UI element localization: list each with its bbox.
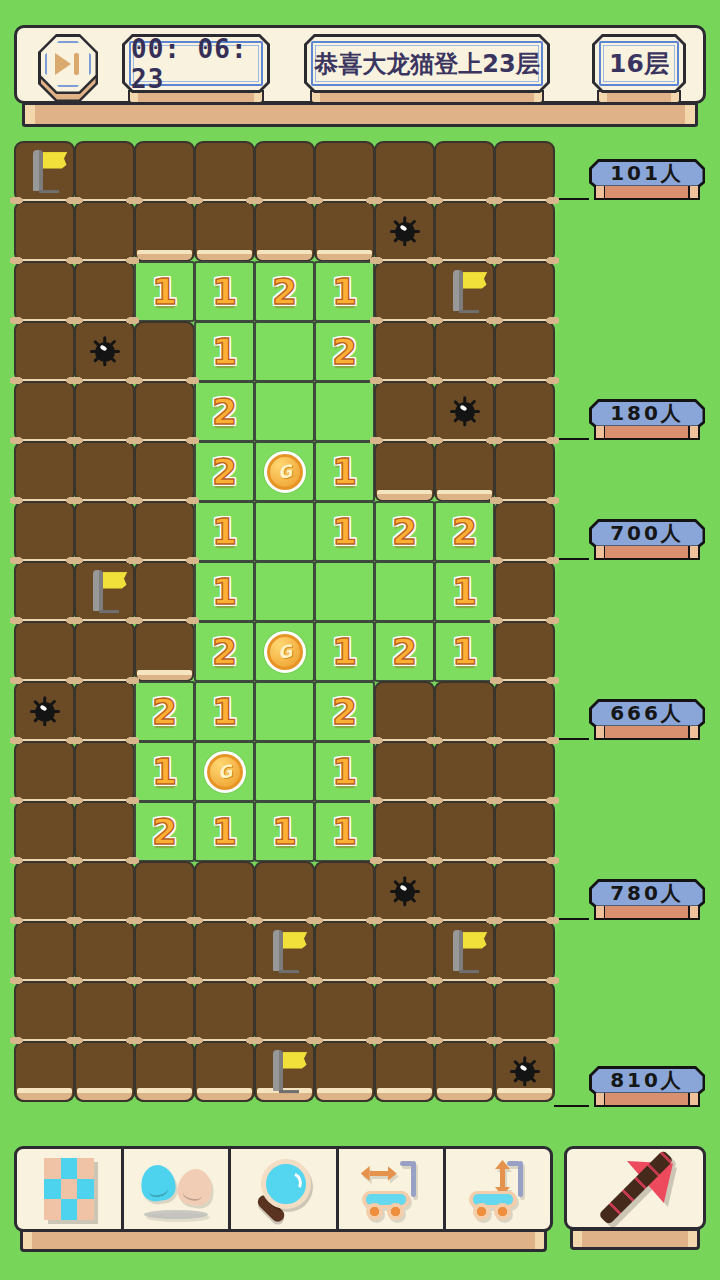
board-cell[interactable] bbox=[436, 803, 493, 860]
board-cell[interactable] bbox=[76, 563, 133, 620]
toolbar bbox=[14, 1146, 553, 1232]
skip-button[interactable] bbox=[38, 34, 98, 94]
mine-count-number: 2 bbox=[392, 514, 417, 550]
board-cell[interactable] bbox=[496, 863, 553, 920]
mine-count-number: 2 bbox=[152, 694, 177, 730]
board-cell[interactable] bbox=[436, 863, 493, 920]
board-cell[interactable]: 1 bbox=[196, 803, 253, 860]
board-cell[interactable] bbox=[376, 863, 433, 920]
board-cell[interactable]: 1 bbox=[316, 503, 373, 560]
tile-bottom-edge bbox=[197, 250, 252, 260]
skip-next-icon bbox=[55, 53, 81, 75]
tile-bottom-edge bbox=[437, 1088, 492, 1100]
board-cell[interactable] bbox=[136, 443, 193, 500]
board-cell[interactable]: 2 bbox=[136, 683, 193, 740]
board-cell[interactable]: 2 bbox=[196, 383, 253, 440]
cart-vertical-arrow-tool-icon bbox=[466, 1158, 530, 1220]
board-cell[interactable] bbox=[496, 323, 553, 380]
mine-count-number: 1 bbox=[332, 814, 357, 850]
board-cell[interactable]: G bbox=[196, 743, 253, 800]
board-cell[interactable] bbox=[496, 383, 553, 440]
board-cell[interactable] bbox=[76, 923, 133, 980]
player-count-sign: 666人 bbox=[589, 699, 705, 740]
board-cell[interactable] bbox=[496, 743, 553, 800]
mine-count-number: 1 bbox=[212, 694, 237, 730]
mine-count-number: 1 bbox=[212, 574, 237, 610]
tile-bottom-edge bbox=[497, 1088, 552, 1100]
timer-display: 00: 06: 23 bbox=[122, 34, 270, 93]
player-count-sign: 780人 bbox=[589, 879, 705, 920]
board-cell[interactable] bbox=[316, 863, 373, 920]
board-cell[interactable] bbox=[16, 563, 73, 620]
board-cell[interactable] bbox=[76, 1043, 133, 1100]
player-count-sign: 101人 bbox=[589, 159, 705, 200]
board-cell[interactable] bbox=[316, 563, 373, 620]
board-cell[interactable] bbox=[436, 143, 493, 200]
board-cell[interactable] bbox=[496, 503, 553, 560]
board-cell[interactable] bbox=[316, 923, 373, 980]
board-cell[interactable] bbox=[376, 263, 433, 320]
board-cell[interactable] bbox=[256, 863, 313, 920]
board-cell[interactable] bbox=[16, 503, 73, 560]
flag-icon bbox=[264, 1048, 306, 1094]
board-cell[interactable] bbox=[16, 983, 73, 1040]
board-cell[interactable] bbox=[196, 1043, 253, 1100]
board-cell[interactable] bbox=[76, 263, 133, 320]
board-cell[interactable]: 1 bbox=[136, 263, 193, 320]
tile-bottom-edge bbox=[377, 1088, 432, 1100]
mine-icon bbox=[389, 216, 421, 248]
board-cell[interactable] bbox=[136, 863, 193, 920]
mine-count-number: 2 bbox=[332, 694, 357, 730]
board-cell[interactable] bbox=[376, 983, 433, 1040]
board-cell[interactable] bbox=[196, 983, 253, 1040]
board-cell[interactable]: 1 bbox=[316, 623, 373, 680]
mine-count-number: 1 bbox=[332, 514, 357, 550]
board-cell[interactable] bbox=[316, 1043, 373, 1100]
board-cell[interactable] bbox=[16, 323, 73, 380]
board-cell[interactable] bbox=[256, 743, 313, 800]
board-cell[interactable] bbox=[496, 143, 553, 200]
board-cell[interactable]: 1 bbox=[196, 323, 253, 380]
checkerboard-tool-button[interactable] bbox=[17, 1149, 124, 1229]
board-cell[interactable] bbox=[136, 383, 193, 440]
player-count-sign: 180人 bbox=[589, 399, 705, 440]
mine-count-number: 1 bbox=[452, 634, 477, 670]
tile-bottom-edge bbox=[197, 1088, 252, 1100]
mine-count-number: 2 bbox=[452, 514, 477, 550]
sign-label: 780人 bbox=[589, 879, 705, 908]
board-cell[interactable] bbox=[256, 683, 313, 740]
board-cell[interactable] bbox=[376, 143, 433, 200]
board-cell[interactable] bbox=[16, 863, 73, 920]
board-cell[interactable] bbox=[136, 143, 193, 200]
claws-tool-button[interactable] bbox=[124, 1149, 231, 1229]
mine-icon bbox=[509, 1056, 541, 1088]
mine-count-number: 1 bbox=[272, 814, 297, 850]
board-cell[interactable] bbox=[256, 503, 313, 560]
board-cell[interactable] bbox=[256, 1043, 313, 1100]
board-cell[interactable] bbox=[76, 623, 133, 680]
board-cell[interactable] bbox=[256, 323, 313, 380]
timer-text: 00: 06: 23 bbox=[129, 41, 263, 86]
board-cell[interactable]: 1 bbox=[316, 263, 373, 320]
floor-text: 16层 bbox=[599, 41, 679, 86]
claws-tool-icon bbox=[136, 1159, 216, 1219]
flag-icon bbox=[264, 928, 306, 974]
board-cell[interactable] bbox=[496, 803, 553, 860]
board-cell[interactable]: 1 bbox=[196, 683, 253, 740]
board-cell[interactable] bbox=[136, 503, 193, 560]
board-cell[interactable] bbox=[256, 923, 313, 980]
board-cell[interactable] bbox=[496, 1043, 553, 1100]
board-cell[interactable]: G bbox=[256, 443, 313, 500]
board-cell[interactable] bbox=[256, 143, 313, 200]
board-cell[interactable] bbox=[376, 443, 433, 500]
board-cell[interactable] bbox=[496, 623, 553, 680]
board-cell[interactable] bbox=[16, 143, 73, 200]
tile-bottom-edge bbox=[257, 250, 312, 260]
board-cell[interactable] bbox=[376, 803, 433, 860]
board-cell[interactable] bbox=[16, 743, 73, 800]
tile-bottom-edge bbox=[77, 1088, 132, 1100]
sign-label: 700人 bbox=[589, 519, 705, 548]
announcement-text: 恭喜大龙猫登上23层 bbox=[311, 41, 543, 86]
board-cell[interactable]: 1 bbox=[136, 743, 193, 800]
board-cell[interactable]: 1 bbox=[196, 263, 253, 320]
board-cell[interactable] bbox=[136, 923, 193, 980]
sign-label: 666人 bbox=[589, 699, 705, 728]
board-cell[interactable] bbox=[316, 203, 373, 260]
mine-count-number: 1 bbox=[212, 334, 237, 370]
board-cell[interactable] bbox=[76, 803, 133, 860]
coin-icon: G bbox=[204, 751, 246, 793]
board-cell[interactable] bbox=[496, 983, 553, 1040]
board-cell[interactable] bbox=[16, 443, 73, 500]
cart-horizontal-arrow-tool-icon bbox=[359, 1158, 423, 1220]
tile-bottom-edge bbox=[17, 1088, 72, 1100]
tile-bottom-edge bbox=[377, 490, 432, 500]
board-cell[interactable] bbox=[496, 923, 553, 980]
top-panel-3d-edge bbox=[22, 102, 698, 127]
board-cell[interactable]: 1 bbox=[196, 563, 253, 620]
mine-count-number: 1 bbox=[332, 454, 357, 490]
mine-count-number: 1 bbox=[212, 814, 237, 850]
board-cell[interactable] bbox=[136, 203, 193, 260]
board-cell[interactable] bbox=[376, 1043, 433, 1100]
tile-bottom-edge bbox=[317, 250, 372, 260]
mine-count-number: 2 bbox=[392, 634, 417, 670]
board-cell[interactable] bbox=[136, 1043, 193, 1100]
sign-label: 101人 bbox=[589, 159, 705, 188]
board-cell[interactable] bbox=[76, 683, 133, 740]
flag-icon bbox=[444, 268, 486, 314]
cart-vertical-arrow-tool-button[interactable] bbox=[446, 1149, 550, 1229]
board-cell[interactable] bbox=[136, 563, 193, 620]
board-cell[interactable]: 1 bbox=[436, 623, 493, 680]
toolbar-3d-edge bbox=[20, 1229, 547, 1252]
board-cell[interactable] bbox=[436, 743, 493, 800]
board-cell[interactable] bbox=[136, 323, 193, 380]
mine-icon bbox=[449, 396, 481, 428]
board-cell[interactable] bbox=[76, 863, 133, 920]
flag-button-3d-edge bbox=[570, 1228, 700, 1250]
board-cell[interactable]: 2 bbox=[196, 443, 253, 500]
board-cell[interactable] bbox=[76, 203, 133, 260]
flag-icon bbox=[444, 928, 486, 974]
player-count-sign: 810人 bbox=[589, 1066, 705, 1107]
board-cell[interactable] bbox=[436, 323, 493, 380]
board-cell[interactable] bbox=[496, 683, 553, 740]
coin-icon: G bbox=[264, 631, 306, 673]
mine-count-number: 1 bbox=[152, 274, 177, 310]
board-cell[interactable] bbox=[16, 1043, 73, 1100]
pennant-flag-icon bbox=[593, 1155, 677, 1221]
board-cell[interactable]: 1 bbox=[316, 803, 373, 860]
board-cell[interactable] bbox=[76, 143, 133, 200]
board-cell[interactable] bbox=[436, 923, 493, 980]
board-cell[interactable]: 2 bbox=[316, 683, 373, 740]
tile-bottom-edge bbox=[437, 490, 492, 500]
mine-count-number: 1 bbox=[332, 754, 357, 790]
board-cell[interactable] bbox=[436, 443, 493, 500]
board-cell[interactable] bbox=[376, 683, 433, 740]
mine-count-number: 2 bbox=[212, 634, 237, 670]
magnifier-tool-icon bbox=[253, 1157, 315, 1221]
board-cell[interactable] bbox=[16, 923, 73, 980]
board-cell[interactable] bbox=[376, 923, 433, 980]
mine-count-number: 1 bbox=[332, 634, 357, 670]
mine-count-number: 1 bbox=[212, 514, 237, 550]
player-count-sign: 700人 bbox=[589, 519, 705, 560]
sign-label: 810人 bbox=[589, 1066, 705, 1095]
board-cell[interactable] bbox=[16, 203, 73, 260]
board-cell[interactable] bbox=[76, 983, 133, 1040]
flag-icon bbox=[84, 568, 126, 614]
board-cell[interactable] bbox=[16, 383, 73, 440]
board-cell[interactable]: 2 bbox=[256, 263, 313, 320]
flag-icon bbox=[24, 148, 66, 194]
board-cell[interactable] bbox=[376, 203, 433, 260]
tile-bottom-edge bbox=[137, 1088, 192, 1100]
board-cell[interactable]: 1 bbox=[316, 743, 373, 800]
mine-icon bbox=[89, 336, 121, 368]
mine-count-number: 1 bbox=[332, 274, 357, 310]
mine-icon bbox=[29, 696, 61, 728]
board-cell[interactable]: 1 bbox=[436, 563, 493, 620]
board-cell[interactable]: 2 bbox=[136, 803, 193, 860]
board-cell[interactable] bbox=[376, 563, 433, 620]
mine-count-number: 2 bbox=[212, 454, 237, 490]
tile-bottom-edge bbox=[317, 1088, 372, 1100]
mine-count-number: 2 bbox=[152, 814, 177, 850]
board-cell[interactable] bbox=[376, 743, 433, 800]
board-cell[interactable] bbox=[436, 383, 493, 440]
board-cell[interactable] bbox=[256, 203, 313, 260]
board-cell[interactable]: 2 bbox=[376, 503, 433, 560]
mine-count-number: 2 bbox=[212, 394, 237, 430]
board-cell[interactable] bbox=[496, 203, 553, 260]
board-cell[interactable]: 1 bbox=[316, 443, 373, 500]
mine-count-number: 1 bbox=[152, 754, 177, 790]
board-cell[interactable] bbox=[496, 563, 553, 620]
sign-label: 180人 bbox=[589, 399, 705, 428]
board-cell[interactable] bbox=[436, 683, 493, 740]
board-cell[interactable] bbox=[436, 263, 493, 320]
board-cell[interactable] bbox=[16, 263, 73, 320]
board-cell[interactable] bbox=[196, 143, 253, 200]
tile-bottom-edge bbox=[137, 670, 192, 680]
board-cell[interactable] bbox=[316, 383, 373, 440]
board-cell[interactable]: 2 bbox=[316, 323, 373, 380]
board-cell[interactable] bbox=[16, 623, 73, 680]
board-cell[interactable]: 2 bbox=[376, 623, 433, 680]
board-cell[interactable] bbox=[436, 983, 493, 1040]
board-cell[interactable] bbox=[76, 383, 133, 440]
mine-count-number: 2 bbox=[332, 334, 357, 370]
board-cell[interactable] bbox=[196, 203, 253, 260]
board-cell[interactable] bbox=[76, 503, 133, 560]
mine-icon bbox=[389, 876, 421, 908]
game-screen: { "game": "minesweeper (multiplayer floo… bbox=[0, 0, 720, 1280]
board: 11211222G11122112G1212121G12111 bbox=[14, 141, 555, 1102]
board-cell[interactable] bbox=[436, 203, 493, 260]
board-cell[interactable] bbox=[76, 323, 133, 380]
board-cell[interactable]: 1 bbox=[256, 803, 313, 860]
announcement-banner: 恭喜大龙猫登上23层 bbox=[304, 34, 550, 93]
board-cell[interactable]: G bbox=[256, 623, 313, 680]
board-cell[interactable] bbox=[376, 383, 433, 440]
board-cell[interactable]: 2 bbox=[196, 623, 253, 680]
magnifier-tool-button[interactable] bbox=[231, 1149, 338, 1229]
coin-icon: G bbox=[264, 451, 306, 493]
board-cell[interactable]: 2 bbox=[436, 503, 493, 560]
board-cell[interactable] bbox=[376, 323, 433, 380]
board-cell[interactable] bbox=[16, 803, 73, 860]
pennant-flag-button[interactable] bbox=[564, 1146, 706, 1230]
board-cell[interactable] bbox=[196, 923, 253, 980]
mine-count-number: 1 bbox=[452, 574, 477, 610]
board-cell[interactable]: 1 bbox=[196, 503, 253, 560]
floor-indicator: 16层 bbox=[592, 34, 686, 93]
board-cell[interactable] bbox=[76, 443, 133, 500]
board-cell[interactable] bbox=[16, 683, 73, 740]
board-cell[interactable] bbox=[316, 983, 373, 1040]
board-cell[interactable] bbox=[76, 743, 133, 800]
board-cell[interactable] bbox=[436, 1043, 493, 1100]
board-cell[interactable] bbox=[136, 983, 193, 1040]
board-cell[interactable] bbox=[136, 623, 193, 680]
tile-bottom-edge bbox=[137, 250, 192, 260]
board-cell[interactable] bbox=[256, 983, 313, 1040]
board-cell[interactable] bbox=[196, 863, 253, 920]
board-cell[interactable] bbox=[316, 143, 373, 200]
mine-count-number: 2 bbox=[272, 274, 297, 310]
checkerboard-tool-icon bbox=[44, 1158, 94, 1220]
board-cell[interactable] bbox=[256, 383, 313, 440]
board-cell[interactable] bbox=[496, 263, 553, 320]
mine-count-number: 1 bbox=[212, 274, 237, 310]
board-cell[interactable] bbox=[256, 563, 313, 620]
board-cell[interactable] bbox=[496, 443, 553, 500]
cart-horizontal-arrow-tool-button[interactable] bbox=[339, 1149, 446, 1229]
